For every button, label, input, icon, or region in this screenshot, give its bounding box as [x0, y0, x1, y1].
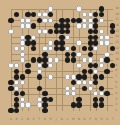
- go-grid[interactable]: [8, 6, 115, 113]
- go-board: ABCDEFGHJKLMNOPQRST 19181716151413121110…: [0, 0, 120, 125]
- coordinate-number: 1: [115, 108, 119, 114]
- coordinate-labels-right: 19181716151413121110987654321: [115, 6, 119, 113]
- coordinate-labels-bottom: ABCDEFGHJKLMNOPQRST: [8, 116, 115, 122]
- coordinate-letter: T: [110, 116, 116, 122]
